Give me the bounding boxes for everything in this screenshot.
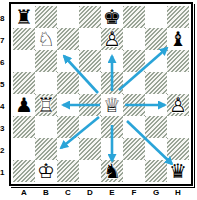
piece-wP-e7[interactable]: ♟♙: [101, 28, 123, 50]
square-h5[interactable]: [167, 72, 189, 94]
file-label-f: F: [123, 187, 145, 199]
piece-glyph: ♞: [101, 160, 123, 182]
square-g5[interactable]: [145, 72, 167, 94]
chess-diagram: 87654321 ♜♚♞♘♟♙♝♟♜♖♛♕♟♙♚♔♞♛ ABCDEFGH: [0, 0, 197, 200]
square-f2[interactable]: [123, 138, 145, 160]
square-h3[interactable]: [167, 116, 189, 138]
file-label-h: H: [167, 187, 189, 199]
square-g3[interactable]: [145, 116, 167, 138]
piece-glyph: ♚: [101, 6, 123, 28]
rank-label-8: 8: [0, 8, 8, 30]
piece-wK-b1[interactable]: ♚♔: [35, 160, 57, 182]
rank-labels: 87654321: [0, 2, 8, 186]
square-g8[interactable]: [145, 6, 167, 28]
square-e6[interactable]: [101, 50, 123, 72]
square-g7[interactable]: [145, 28, 167, 50]
file-label-d: D: [79, 187, 101, 199]
rank-label-5: 5: [0, 74, 8, 96]
square-d3[interactable]: [79, 116, 101, 138]
file-label-b: B: [35, 187, 57, 199]
piece-bK-e8[interactable]: ♚: [101, 6, 123, 28]
square-b2[interactable]: [35, 138, 57, 160]
rank-label-4: 4: [0, 96, 8, 118]
piece-bB-h7[interactable]: ♝: [167, 28, 189, 50]
piece-wR-b4[interactable]: ♜♖: [35, 94, 57, 116]
file-label-c: C: [57, 187, 79, 199]
piece-wQ-e4[interactable]: ♛♕: [101, 94, 123, 116]
rank-label-2: 2: [0, 140, 8, 162]
square-c4[interactable]: [57, 94, 79, 116]
square-h8[interactable]: [167, 6, 189, 28]
square-d2[interactable]: [79, 138, 101, 160]
rank-label-3: 3: [0, 118, 8, 140]
square-a5[interactable]: [13, 72, 35, 94]
square-c8[interactable]: [57, 6, 79, 28]
square-d5[interactable]: [79, 72, 101, 94]
square-b5[interactable]: [35, 72, 57, 94]
square-f1[interactable]: [123, 160, 145, 182]
square-f6[interactable]: [123, 50, 145, 72]
square-a1[interactable]: [13, 160, 35, 182]
piece-wP-h4[interactable]: ♟♙: [167, 94, 189, 116]
square-f8[interactable]: [123, 6, 145, 28]
file-labels: ABCDEFGH: [13, 187, 189, 199]
piece-bP-a4[interactable]: ♟: [13, 94, 35, 116]
piece-wN-b7[interactable]: ♞♘: [35, 28, 57, 50]
square-d6[interactable]: [79, 50, 101, 72]
square-d8[interactable]: [79, 6, 101, 28]
square-c3[interactable]: [57, 116, 79, 138]
square-b3[interactable]: [35, 116, 57, 138]
piece-bN-e1[interactable]: ♞: [101, 160, 123, 182]
square-c7[interactable]: [57, 28, 79, 50]
square-g4[interactable]: [145, 94, 167, 116]
piece-glyph: ♖: [35, 94, 57, 116]
square-c6[interactable]: [57, 50, 79, 72]
rank-label-1: 1: [0, 162, 8, 184]
piece-glyph: ♙: [101, 28, 123, 50]
file-label-g: G: [145, 187, 167, 199]
square-e3[interactable]: [101, 116, 123, 138]
piece-glyph: ♜: [13, 6, 35, 28]
piece-glyph: ♝: [167, 28, 189, 50]
square-b6[interactable]: [35, 50, 57, 72]
square-d1[interactable]: [79, 160, 101, 182]
square-f4[interactable]: [123, 94, 145, 116]
file-label-a: A: [13, 187, 35, 199]
square-a7[interactable]: [13, 28, 35, 50]
square-d7[interactable]: [79, 28, 101, 50]
square-g1[interactable]: [145, 160, 167, 182]
square-c2[interactable]: [57, 138, 79, 160]
rank-label-6: 6: [0, 52, 8, 74]
file-label-e: E: [101, 187, 123, 199]
square-e5[interactable]: [101, 72, 123, 94]
square-a3[interactable]: [13, 116, 35, 138]
square-a6[interactable]: [13, 50, 35, 72]
piece-glyph: ♘: [35, 28, 57, 50]
square-c5[interactable]: [57, 72, 79, 94]
square-g2[interactable]: [145, 138, 167, 160]
rank-label-7: 7: [0, 30, 8, 52]
piece-glyph: ♛: [167, 160, 189, 182]
piece-glyph: ♔: [35, 160, 57, 182]
piece-glyph: ♟: [13, 94, 35, 116]
board-frame: ♜♚♞♘♟♙♝♟♜♖♛♕♟♙♚♔♞♛: [9, 2, 193, 186]
square-h2[interactable]: [167, 138, 189, 160]
square-e2[interactable]: [101, 138, 123, 160]
square-a2[interactable]: [13, 138, 35, 160]
piece-glyph: ♕: [101, 94, 123, 116]
square-d4[interactable]: [79, 94, 101, 116]
square-c1[interactable]: [57, 160, 79, 182]
chess-board: ♜♚♞♘♟♙♝♟♜♖♛♕♟♙♚♔♞♛: [13, 6, 189, 182]
piece-bR-a8[interactable]: ♜: [13, 6, 35, 28]
piece-bQ-h1[interactable]: ♛: [167, 160, 189, 182]
square-b8[interactable]: [35, 6, 57, 28]
piece-glyph: ♙: [167, 94, 189, 116]
square-f7[interactable]: [123, 28, 145, 50]
square-h6[interactable]: [167, 50, 189, 72]
square-f5[interactable]: [123, 72, 145, 94]
square-g6[interactable]: [145, 50, 167, 72]
square-f3[interactable]: [123, 116, 145, 138]
